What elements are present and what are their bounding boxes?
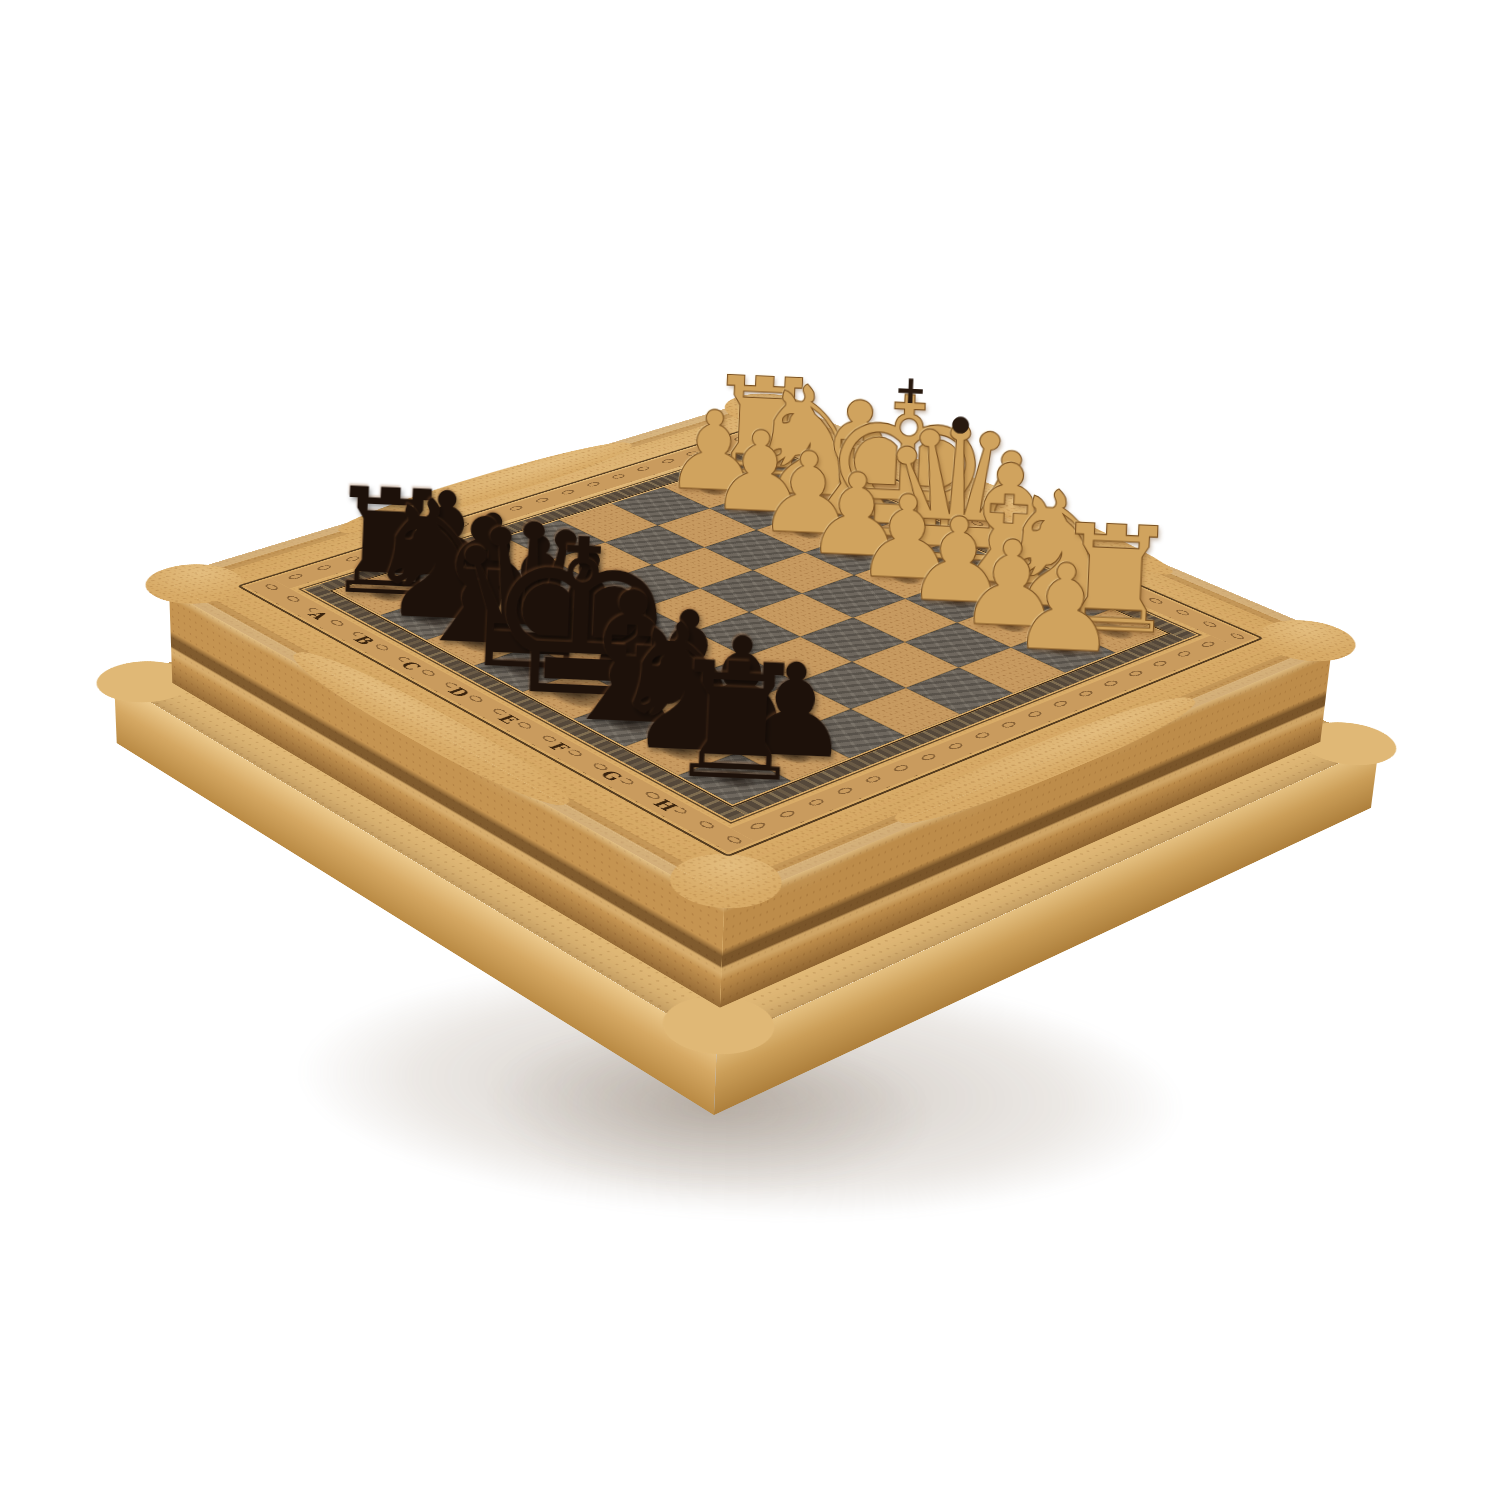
piece-shadow (771, 480, 845, 509)
white-pawn-c2: ♟ (700, 433, 914, 554)
piece-shadow (728, 461, 794, 487)
plinth-corner-tab (78, 653, 211, 711)
square-d2 (805, 535, 905, 575)
white-knight-b1: ♞ (705, 362, 916, 521)
square-d3 (753, 552, 854, 593)
white-queen-ball-finial: ● (950, 412, 970, 435)
square-e3 (802, 575, 905, 617)
lid-corner-tab (707, 388, 826, 431)
piece-shadow (685, 479, 739, 500)
square-b2 (709, 492, 806, 530)
white-pawn-b2: ♟ (654, 412, 865, 532)
piece-shadow (827, 543, 883, 566)
chess-set-3d-scene: ABCDEFGH ♜♞♝♚+♛●♝♞♜♟♟♟♟♟♟♟♟♟♟♟♟♟♟♟♟♜♞♝♛♚… (0, 0, 1500, 1498)
scene-tilt: ABCDEFGH ♜♞♝♚+♛●♝♞♜♟♟♟♟♟♟♟♟♟♟♟♟♟♟♟♟♜♞♝♛♚… (0, 0, 1500, 1498)
square-c3 (705, 530, 805, 570)
plinth-corner-tab (1281, 714, 1415, 774)
plinth-corner-tab (706, 460, 822, 505)
square-a1 (714, 456, 809, 492)
piece-shadow (731, 500, 785, 522)
black-rook-h8: ♜ (613, 637, 862, 808)
product-photo: ABCDEFGH ♜♞♝♚+♛●♝♞♜♟♟♟♟♟♟♟♟♟♟♟♟♟♟♟♟♜♞♝♛♚… (0, 0, 1500, 1498)
white-rook-a1: ♜ (660, 356, 867, 499)
square-b1 (760, 476, 856, 513)
white-king-cross-finial: + (894, 370, 928, 410)
piece-shadow (778, 521, 833, 544)
square-c2 (756, 513, 855, 552)
white-bishop-c1: ♝ (751, 377, 964, 544)
square-c1 (807, 497, 905, 535)
chess-board: ABCDEFGH ♜♞♝♚+♛●♝♞♜♟♟♟♟♟♟♟♟♟♟♟♟♟♟♟♟♜♞♝♛♚… (169, 401, 1333, 895)
white-pawn-a2: ♟ (609, 392, 818, 510)
piece-shadow (817, 500, 895, 531)
